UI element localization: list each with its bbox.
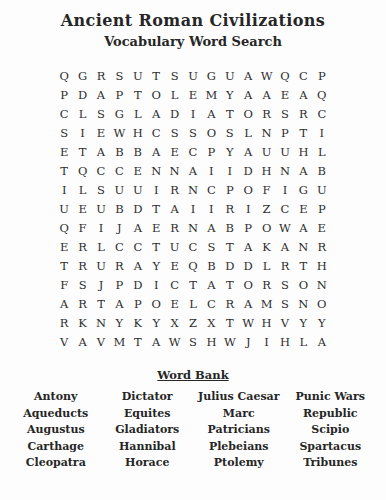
grid-cell[interactable]: N (294, 237, 312, 256)
grid-cell[interactable]: A (276, 237, 294, 256)
grid-cell[interactable]: U (55, 199, 73, 218)
grid-cell[interactable]: H (257, 313, 275, 332)
grid-cell[interactable]: M (202, 85, 220, 104)
grid-cell[interactable]: L (294, 332, 312, 351)
grid-cell[interactable]: F (257, 180, 275, 199)
grid-cell[interactable]: B (129, 142, 147, 161)
word-bank-word: Aqueducts (10, 406, 102, 423)
grid-cell[interactable]: N (147, 161, 165, 180)
grid-cell[interactable]: T (55, 161, 73, 180)
grid-cell[interactable]: E (73, 199, 91, 218)
grid-cell[interactable]: N (276, 161, 294, 180)
grid-cell[interactable]: I (202, 199, 220, 218)
word-bank-column: DictatorEquitesGladiatorsHannibalHorace (102, 389, 194, 472)
grid-cell[interactable]: A (239, 237, 257, 256)
grid-cell[interactable]: S (276, 275, 294, 294)
grid-cell[interactable]: A (147, 142, 165, 161)
grid-cell[interactable]: L (257, 256, 275, 275)
grid-cell[interactable]: M (110, 332, 128, 351)
grid-cell[interactable]: E (313, 218, 331, 237)
grid-cell[interactable]: V (276, 313, 294, 332)
grid-cell[interactable]: I (92, 218, 110, 237)
grid-cell[interactable]: S (276, 104, 294, 123)
grid-cell[interactable]: Y (147, 313, 165, 332)
grid-cell[interactable]: R (73, 256, 91, 275)
grid-cell[interactable]: P (276, 123, 294, 142)
page-subtitle: Vocabulary Word Search (0, 33, 386, 50)
word-bank-word: Antony (10, 389, 102, 406)
grid-cell[interactable]: D (239, 256, 257, 275)
word-bank-word: Patricians (193, 422, 285, 439)
grid-cell[interactable]: T (221, 104, 239, 123)
word-bank-word: Equites (102, 406, 194, 423)
word-bank-word: Republic (285, 406, 377, 423)
grid-cell[interactable]: U (276, 142, 294, 161)
grid-cell[interactable]: B (110, 142, 128, 161)
word-bank-word: Scipio (285, 422, 377, 439)
grid-cell[interactable]: S (92, 104, 110, 123)
grid-cell[interactable]: B (221, 218, 239, 237)
grid-cell[interactable]: U (110, 180, 128, 199)
grid-cell[interactable]: H (202, 332, 220, 351)
grid-cell[interactable]: C (313, 104, 331, 123)
word-bank-word: Spartacus (285, 439, 377, 456)
grid-cell[interactable]: C (129, 237, 147, 256)
grid-cell[interactable]: F (73, 218, 91, 237)
grid-cell[interactable]: D (221, 256, 239, 275)
grid-cell[interactable]: K (73, 313, 91, 332)
grid-cell[interactable]: U (257, 142, 275, 161)
grid-cell[interactable]: O (257, 218, 275, 237)
grid-cell[interactable]: R (110, 256, 128, 275)
word-bank-column: Punic WarsRepublicScipioSpartacusTribune… (285, 389, 377, 472)
grid-cell[interactable]: C (276, 199, 294, 218)
grid-cell[interactable]: C (110, 161, 128, 180)
grid-cell[interactable]: N (294, 294, 312, 313)
grid-cell[interactable]: E (165, 256, 183, 275)
grid-cell[interactable]: C (165, 275, 183, 294)
grid-cell[interactable]: Y (294, 313, 312, 332)
grid-cell[interactable]: Q (276, 66, 294, 85)
grid-cell[interactable]: W (165, 332, 183, 351)
grid-cell[interactable]: Q (55, 66, 73, 85)
word-bank-word: Cleopatra (10, 455, 102, 472)
word-bank-word: Julius Caesar (193, 389, 285, 406)
word-bank-word: Augustus (10, 422, 102, 439)
grid-cell[interactable]: W (239, 313, 257, 332)
grid-cell[interactable]: L (239, 123, 257, 142)
grid-cell[interactable]: I (221, 161, 239, 180)
grid-cell[interactable]: C (147, 123, 165, 142)
grid-cell[interactable]: N (184, 180, 202, 199)
grid-cell[interactable]: G (202, 66, 220, 85)
grid-cell[interactable]: J (239, 332, 257, 351)
grid-cell[interactable]: A (239, 142, 257, 161)
grid-cell[interactable]: E (92, 123, 110, 142)
grid-cell[interactable]: P (221, 180, 239, 199)
word-search-grid: QGRSUTSUGUAWQCPPDAPTOLEMYAAEAQCLSGLADIAT… (55, 66, 331, 351)
grid-cell[interactable]: U (129, 180, 147, 199)
word-bank-column: Julius CaesarMarcPatriciansPlebeiansPtol… (193, 389, 285, 472)
grid-cell[interactable]: L (129, 104, 147, 123)
grid-cell[interactable]: I (276, 180, 294, 199)
grid-cell[interactable]: T (221, 275, 239, 294)
grid-cell[interactable]: S (165, 66, 183, 85)
grid-cell[interactable]: E (147, 218, 165, 237)
grid-cell[interactable]: Q (313, 85, 331, 104)
worksheet-page: Ancient Roman Civilizations Vocabulary W… (0, 0, 386, 500)
grid-cell[interactable]: R (276, 256, 294, 275)
grid-cell[interactable]: C (110, 237, 128, 256)
grid-cell[interactable]: E (129, 161, 147, 180)
grid-cell[interactable]: T (73, 142, 91, 161)
grid-cell[interactable]: O (147, 85, 165, 104)
grid-cell[interactable]: S (55, 123, 73, 142)
grid-cell[interactable]: U (313, 180, 331, 199)
word-bank-word: Hannibal (102, 439, 194, 456)
grid-cell[interactable]: G (294, 180, 312, 199)
grid-cell[interactable]: U (221, 66, 239, 85)
grid-cell[interactable]: V (55, 332, 73, 351)
grid-cell[interactable]: A (313, 332, 331, 351)
grid-cell[interactable]: W (276, 218, 294, 237)
word-bank-word: Ptolemy (193, 455, 285, 472)
grid-cell[interactable]: D (239, 161, 257, 180)
grid-cell[interactable]: T (129, 85, 147, 104)
grid-cell[interactable]: O (239, 104, 257, 123)
grid-cell[interactable]: U (165, 237, 183, 256)
grid-cell[interactable]: C (55, 104, 73, 123)
grid-cell[interactable]: A (92, 142, 110, 161)
grid-cell[interactable]: T (55, 256, 73, 275)
grid-cell[interactable]: F (55, 275, 73, 294)
grid-cell[interactable]: O (313, 294, 331, 313)
word-bank-word: Marc (193, 406, 285, 423)
grid-cell[interactable]: R (221, 199, 239, 218)
grid-cell[interactable]: E (165, 294, 183, 313)
grid-cell[interactable]: A (239, 66, 257, 85)
grid-cell[interactable]: J (110, 218, 128, 237)
word-bank-column: AntonyAqueductsAugustusCarthageCleopatra (10, 389, 102, 472)
grid-cell[interactable]: P (129, 294, 147, 313)
grid-cell[interactable]: S (221, 123, 239, 142)
grid-cell[interactable]: X (202, 313, 220, 332)
grid-cell[interactable]: O (294, 275, 312, 294)
grid-cell[interactable]: U (92, 199, 110, 218)
grid-cell[interactable]: T (92, 294, 110, 313)
grid-cell[interactable]: N (184, 218, 202, 237)
grid-cell[interactable]: B (110, 199, 128, 218)
grid-cell[interactable]: A (294, 161, 312, 180)
page: { "game": "word-search", "title": "Ancie… (0, 0, 386, 500)
word-bank-word: Carthage (10, 439, 102, 456)
grid-cell[interactable]: L (165, 85, 183, 104)
grid-cell[interactable]: H (276, 332, 294, 351)
grid-cell[interactable]: T (294, 123, 312, 142)
grid-cell[interactable]: A (239, 85, 257, 104)
grid-cell[interactable]: S (73, 275, 91, 294)
grid-cell[interactable]: Z (184, 313, 202, 332)
grid-cell[interactable]: T (221, 313, 239, 332)
grid-cell[interactable]: C (294, 66, 312, 85)
grid-cell[interactable]: Q (184, 256, 202, 275)
grid-cell[interactable]: P (239, 218, 257, 237)
grid-cell[interactable]: Y (221, 142, 239, 161)
grid-cell[interactable]: E (55, 142, 73, 161)
grid-cell[interactable]: I (313, 123, 331, 142)
grid-cell[interactable]: W (221, 332, 239, 351)
grid-cell[interactable]: Z (257, 199, 275, 218)
grid-cell[interactable]: A (257, 85, 275, 104)
grid-cell[interactable]: E (294, 199, 312, 218)
grid-cell[interactable]: P (313, 199, 331, 218)
grid-cell[interactable]: N (92, 313, 110, 332)
grid-cell[interactable]: R (257, 104, 275, 123)
grid-cell[interactable]: Q (55, 218, 73, 237)
page-title: Ancient Roman Civilizations (0, 11, 386, 31)
grid-cell[interactable]: T (184, 275, 202, 294)
grid-cell[interactable]: T (147, 237, 165, 256)
grid-cell[interactable]: E (184, 85, 202, 104)
word-bank-word: Plebeians (193, 439, 285, 456)
grid-cell[interactable]: U (92, 256, 110, 275)
grid-cell[interactable]: E (276, 85, 294, 104)
grid-cell[interactable]: S (165, 123, 183, 142)
grid-cell[interactable]: R (92, 66, 110, 85)
grid-cell[interactable]: D (73, 85, 91, 104)
grid-cell[interactable]: S (202, 237, 220, 256)
grid-cell[interactable]: V (92, 332, 110, 351)
grid-cell[interactable]: A (202, 104, 220, 123)
grid-cell[interactable]: A (147, 104, 165, 123)
grid-cell[interactable]: T (129, 332, 147, 351)
grid-cell[interactable]: Y (110, 313, 128, 332)
word-bank-word: Horace (102, 455, 194, 472)
grid-cell[interactable]: X (165, 313, 183, 332)
grid-cell[interactable]: K (257, 237, 275, 256)
grid-cell[interactable]: I (257, 332, 275, 351)
grid-cell[interactable]: D (129, 275, 147, 294)
grid-cell[interactable]: A (294, 85, 312, 104)
grid-cell[interactable]: L (73, 180, 91, 199)
grid-cell[interactable]: J (92, 275, 110, 294)
grid-cell[interactable]: A (129, 256, 147, 275)
grid-cell[interactable]: R (294, 104, 312, 123)
grid-cell[interactable]: C (184, 142, 202, 161)
grid-cell[interactable]: H (257, 161, 275, 180)
grid-cell[interactable]: T (221, 237, 239, 256)
grid-cell[interactable]: I (239, 199, 257, 218)
grid-cell[interactable]: W (110, 123, 128, 142)
grid-cell[interactable]: R (55, 313, 73, 332)
grid-cell[interactable]: M (257, 294, 275, 313)
grid-cell[interactable]: O (239, 180, 257, 199)
grid-cell[interactable]: H (129, 123, 147, 142)
grid-cell[interactable]: C (92, 161, 110, 180)
grid-cell[interactable]: L (92, 237, 110, 256)
grid-cell[interactable]: A (110, 294, 128, 313)
grid-cell[interactable]: A (92, 85, 110, 104)
grid-cell[interactable]: L (313, 142, 331, 161)
grid-cell[interactable]: I (73, 123, 91, 142)
grid-cell[interactable]: A (202, 275, 220, 294)
grid-cell[interactable]: S (92, 180, 110, 199)
grid-cell[interactable]: B (313, 161, 331, 180)
grid-cell[interactable]: Y (147, 256, 165, 275)
grid-cell[interactable]: A (73, 332, 91, 351)
grid-cell[interactable]: U (129, 66, 147, 85)
grid-cell[interactable]: R (313, 237, 331, 256)
word-bank-word: Dictator (102, 389, 194, 406)
grid-cell[interactable]: R (165, 180, 183, 199)
grid-cell[interactable]: G (110, 104, 128, 123)
grid-cell[interactable]: A (129, 218, 147, 237)
grid-cell[interactable]: W (257, 66, 275, 85)
word-bank: AntonyAqueductsAugustusCarthageCleopatra… (10, 389, 376, 472)
grid-cell[interactable]: S (110, 66, 128, 85)
word-bank-word: Tribunes (285, 455, 377, 472)
grid-cell[interactable]: P (202, 142, 220, 161)
grid-cell[interactable]: T (147, 66, 165, 85)
grid-cell[interactable]: B (202, 256, 220, 275)
grid-cell[interactable]: Q (73, 161, 91, 180)
grid-cell[interactable]: C (202, 180, 220, 199)
grid-cell[interactable]: L (184, 294, 202, 313)
grid-cell[interactable]: N (165, 161, 183, 180)
grid-cell[interactable]: T (147, 199, 165, 218)
grid-cell[interactable]: C (202, 294, 220, 313)
grid-cell[interactable]: E (55, 237, 73, 256)
grid-cell[interactable]: P (110, 85, 128, 104)
grid-cell[interactable]: G (73, 66, 91, 85)
word-bank-word: Punic Wars (285, 389, 377, 406)
grid-cell[interactable]: K (129, 313, 147, 332)
grid-cell[interactable]: A (294, 218, 312, 237)
grid-cell[interactable]: S (276, 294, 294, 313)
grid-cell[interactable]: I (147, 180, 165, 199)
grid-cell[interactable]: I (184, 104, 202, 123)
grid-cell[interactable]: O (202, 123, 220, 142)
grid-cell[interactable]: R (165, 218, 183, 237)
grid-cell[interactable]: P (313, 66, 331, 85)
word-bank-heading: Word Bank (0, 368, 386, 382)
grid-cell[interactable]: S (184, 332, 202, 351)
grid-cell[interactable]: I (202, 161, 220, 180)
grid-cell[interactable]: I (147, 275, 165, 294)
grid-cell[interactable]: A (239, 294, 257, 313)
grid-cell[interactable]: U (184, 66, 202, 85)
grid-cell[interactable]: Y (221, 85, 239, 104)
grid-cell[interactable]: L (73, 104, 91, 123)
grid-cell[interactable]: E (165, 142, 183, 161)
grid-cell[interactable]: A (184, 161, 202, 180)
grid-cell[interactable]: O (239, 275, 257, 294)
word-bank-word: Gladiators (102, 422, 194, 439)
grid-cell[interactable]: T (294, 256, 312, 275)
grid-cell[interactable]: D (129, 199, 147, 218)
grid-cell[interactable]: D (165, 104, 183, 123)
grid-cell[interactable]: Y (313, 313, 331, 332)
grid-cell[interactable]: R (221, 294, 239, 313)
grid-cell[interactable]: R (73, 237, 91, 256)
grid-cell[interactable]: S (184, 123, 202, 142)
grid-cell[interactable]: A (202, 218, 220, 237)
grid-cell[interactable]: H (313, 256, 331, 275)
grid-cell[interactable]: H (294, 142, 312, 161)
grid-cell[interactable]: N (313, 275, 331, 294)
grid-cell[interactable]: O (147, 294, 165, 313)
grid-cell[interactable]: A (147, 332, 165, 351)
grid-cell[interactable]: I (184, 199, 202, 218)
grid-cell[interactable]: P (55, 85, 73, 104)
grid-cell[interactable]: C (184, 237, 202, 256)
grid-cell[interactable]: P (110, 275, 128, 294)
grid-cell[interactable]: R (257, 275, 275, 294)
grid-cell[interactable]: N (257, 123, 275, 142)
grid-cell[interactable]: I (55, 180, 73, 199)
grid-cell[interactable]: A (165, 199, 183, 218)
grid-cell[interactable]: R (73, 294, 91, 313)
grid-cell[interactable]: A (55, 294, 73, 313)
